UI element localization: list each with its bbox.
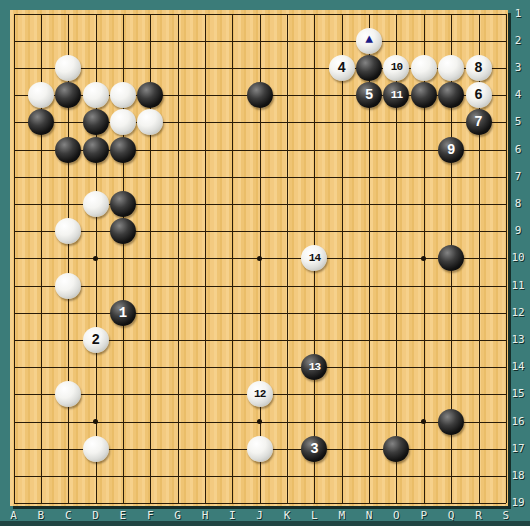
move-number-label: 12 xyxy=(254,389,265,400)
go-stone-white: 8 xyxy=(466,55,492,81)
row-label: 16 xyxy=(507,416,529,428)
go-diagram: ▲4108511679141213123 1234567891011121314… xyxy=(0,0,530,526)
bottom-edge-shade xyxy=(0,521,530,526)
row-label: 13 xyxy=(507,334,529,346)
move-number-label: 5 xyxy=(365,88,373,102)
grid-line-vertical xyxy=(287,14,288,504)
row-label: 15 xyxy=(507,388,529,400)
go-stone-white xyxy=(55,218,81,244)
move-number-label: 9 xyxy=(447,143,455,157)
grid-line-horizontal xyxy=(14,286,506,287)
go-stone-black xyxy=(137,82,163,108)
go-stone-white: 10 xyxy=(383,55,409,81)
go-stone-black xyxy=(83,137,109,163)
go-stone-white: 12 xyxy=(247,381,273,407)
go-stone-black xyxy=(383,436,409,462)
row-label: 14 xyxy=(507,361,529,373)
move-number-label: 1 xyxy=(119,306,127,320)
go-stone-black: 11 xyxy=(383,82,409,108)
go-stone-black xyxy=(55,137,81,163)
go-stone-white xyxy=(55,273,81,299)
go-stone-white: 14 xyxy=(301,245,327,271)
move-number-label: 8 xyxy=(474,61,482,75)
row-label: 3 xyxy=(507,62,529,74)
go-stone-black: 5 xyxy=(356,82,382,108)
row-label: 17 xyxy=(507,443,529,455)
grid-line-vertical xyxy=(342,14,343,504)
row-label: 2 xyxy=(507,35,529,47)
move-number-label: 4 xyxy=(337,61,345,75)
go-stone-white: 6 xyxy=(466,82,492,108)
grid-line-horizontal xyxy=(14,503,506,504)
grid-line-horizontal xyxy=(14,313,506,314)
go-stone-white xyxy=(83,191,109,217)
star-point xyxy=(421,419,426,424)
go-stone-black xyxy=(356,55,382,81)
row-label: 4 xyxy=(507,89,529,101)
row-label: 11 xyxy=(507,280,529,292)
go-stone-white: 2 xyxy=(83,327,109,353)
grid-line-horizontal xyxy=(14,367,506,368)
go-stone-white xyxy=(438,55,464,81)
row-label: 5 xyxy=(507,116,529,128)
move-number-label: 6 xyxy=(474,88,482,102)
row-label: 18 xyxy=(507,470,529,482)
go-stone-black xyxy=(110,137,136,163)
move-number-label: 14 xyxy=(309,253,320,264)
go-stone-black xyxy=(438,245,464,271)
go-board[interactable]: ▲4108511679141213123 xyxy=(10,10,508,506)
go-stone-black xyxy=(110,218,136,244)
go-stone-black xyxy=(438,82,464,108)
move-number-label: 2 xyxy=(91,333,99,347)
go-stone-white: 4 xyxy=(329,55,355,81)
move-number-label: 13 xyxy=(309,362,320,373)
star-point xyxy=(421,256,426,261)
row-label: 8 xyxy=(507,198,529,210)
star-point xyxy=(93,256,98,261)
triangle-mark-icon: ▲ xyxy=(365,33,373,46)
go-stone-black xyxy=(28,109,54,135)
go-stone-white xyxy=(83,82,109,108)
row-label: 9 xyxy=(507,225,529,237)
go-stone-black: 13 xyxy=(301,354,327,380)
row-label: 10 xyxy=(507,252,529,264)
go-stone-white xyxy=(55,55,81,81)
go-stone-black: 7 xyxy=(466,109,492,135)
row-label: 19 xyxy=(507,497,529,509)
move-number-label: 3 xyxy=(310,442,318,456)
go-stone-black xyxy=(83,109,109,135)
move-number-label: 10 xyxy=(391,62,402,73)
go-stone-white xyxy=(137,109,163,135)
grid-line-horizontal xyxy=(14,476,506,477)
go-stone-white xyxy=(28,82,54,108)
go-stone-white xyxy=(247,436,273,462)
star-point xyxy=(257,256,262,261)
row-label: 1 xyxy=(507,8,529,20)
go-stone-white xyxy=(110,109,136,135)
go-stone-white xyxy=(411,55,437,81)
row-label: 12 xyxy=(507,307,529,319)
go-stone-black xyxy=(247,82,273,108)
move-number-label: 11 xyxy=(391,90,402,101)
go-stone-white xyxy=(83,436,109,462)
move-number-label: 7 xyxy=(474,115,482,129)
go-stone-black: 3 xyxy=(301,436,327,462)
go-stone-black: 1 xyxy=(110,300,136,326)
go-stone-white: ▲ xyxy=(356,28,382,54)
star-point xyxy=(93,419,98,424)
go-stone-white xyxy=(55,381,81,407)
go-stone-black xyxy=(55,82,81,108)
go-stone-black: 9 xyxy=(438,137,464,163)
go-stone-black xyxy=(438,409,464,435)
row-label: 7 xyxy=(507,171,529,183)
row-label: 6 xyxy=(507,144,529,156)
go-stone-white xyxy=(110,82,136,108)
star-point xyxy=(257,419,262,424)
go-stone-black xyxy=(110,191,136,217)
go-stone-black xyxy=(411,82,437,108)
